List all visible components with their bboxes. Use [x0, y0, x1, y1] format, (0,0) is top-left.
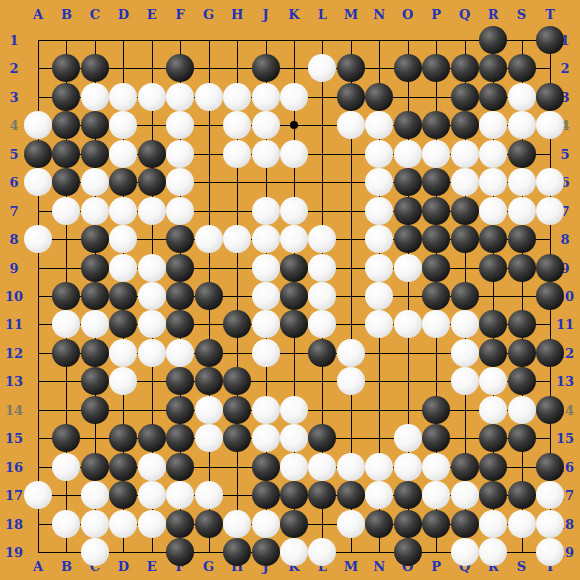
- stone-white[interactable]: [223, 510, 251, 538]
- stone-black[interactable]: [223, 367, 251, 395]
- row-label: 19: [5, 545, 23, 558]
- stone-white[interactable]: [451, 310, 479, 338]
- stone-black[interactable]: [52, 424, 80, 452]
- stone-white[interactable]: [109, 367, 137, 395]
- stone-black[interactable]: [223, 424, 251, 452]
- stone-white[interactable]: [451, 168, 479, 196]
- stone-black[interactable]: [280, 254, 308, 282]
- row-label: 3: [9, 90, 18, 103]
- stone-white[interactable]: [252, 111, 280, 139]
- col-label: D: [118, 8, 129, 21]
- stone-black[interactable]: [109, 453, 137, 481]
- stone-white[interactable]: [365, 310, 393, 338]
- stone-white[interactable]: [81, 310, 109, 338]
- col-label: A: [33, 8, 43, 21]
- stone-black[interactable]: [52, 282, 80, 310]
- stone-white[interactable]: [365, 453, 393, 481]
- stone-white[interactable]: [280, 225, 308, 253]
- stone-white[interactable]: [308, 538, 336, 566]
- stone-black[interactable]: [508, 339, 536, 367]
- col-label: D: [118, 560, 129, 573]
- stone-white[interactable]: [252, 310, 280, 338]
- stone-black[interactable]: [508, 140, 536, 168]
- row-label: 10: [5, 289, 23, 302]
- col-label: N: [373, 8, 385, 21]
- stone-black[interactable]: [280, 481, 308, 509]
- stone-white[interactable]: [252, 424, 280, 452]
- row-label: 18: [5, 517, 23, 530]
- col-label: K: [288, 8, 299, 21]
- col-label: M: [344, 560, 358, 573]
- stone-white[interactable]: [138, 197, 166, 225]
- stone-black[interactable]: [24, 140, 52, 168]
- stone-black[interactable]: [422, 282, 450, 310]
- stone-white[interactable]: [536, 481, 564, 509]
- stone-black[interactable]: [138, 140, 166, 168]
- stone-black[interactable]: [81, 54, 109, 82]
- stone-white[interactable]: [422, 453, 450, 481]
- stone-black[interactable]: [508, 54, 536, 82]
- stone-white[interactable]: [52, 197, 80, 225]
- stone-black[interactable]: [394, 538, 422, 566]
- stone-black[interactable]: [166, 254, 194, 282]
- stone-white[interactable]: [365, 225, 393, 253]
- stone-white[interactable]: [280, 424, 308, 452]
- stone-white[interactable]: [280, 396, 308, 424]
- col-label: E: [147, 560, 157, 573]
- stone-black[interactable]: [81, 453, 109, 481]
- stone-black[interactable]: [508, 481, 536, 509]
- stone-black[interactable]: [479, 254, 507, 282]
- col-label: G: [203, 8, 214, 21]
- stone-white[interactable]: [166, 83, 194, 111]
- stone-black[interactable]: [508, 310, 536, 338]
- stone-white[interactable]: [166, 481, 194, 509]
- stone-black[interactable]: [479, 453, 507, 481]
- stone-black[interactable]: [536, 396, 564, 424]
- stone-white[interactable]: [195, 225, 223, 253]
- stone-black[interactable]: [394, 168, 422, 196]
- stone-white[interactable]: [81, 538, 109, 566]
- stone-black[interactable]: [81, 111, 109, 139]
- stone-white[interactable]: [508, 111, 536, 139]
- stone-black[interactable]: [52, 111, 80, 139]
- stone-white[interactable]: [451, 538, 479, 566]
- stone-white[interactable]: [508, 197, 536, 225]
- stone-black[interactable]: [422, 424, 450, 452]
- stone-black[interactable]: [451, 510, 479, 538]
- stone-white[interactable]: [536, 168, 564, 196]
- stone-white[interactable]: [280, 538, 308, 566]
- col-label: A: [33, 560, 43, 573]
- stone-black[interactable]: [422, 225, 450, 253]
- stone-black[interactable]: [536, 254, 564, 282]
- stone-white[interactable]: [308, 54, 336, 82]
- col-label: B: [61, 560, 72, 573]
- row-label: 5: [560, 147, 569, 160]
- col-label: N: [373, 560, 385, 573]
- stone-white[interactable]: [337, 367, 365, 395]
- stone-white[interactable]: [508, 396, 536, 424]
- row-label: 13: [556, 375, 574, 388]
- stone-black[interactable]: [422, 168, 450, 196]
- stone-white[interactable]: [479, 510, 507, 538]
- stone-white[interactable]: [252, 339, 280, 367]
- col-label: P: [431, 8, 441, 21]
- stone-white[interactable]: [252, 225, 280, 253]
- stone-white[interactable]: [252, 282, 280, 310]
- stone-black[interactable]: [451, 282, 479, 310]
- row-label: 2: [9, 62, 18, 75]
- stone-white[interactable]: [138, 481, 166, 509]
- stone-white[interactable]: [479, 538, 507, 566]
- stone-black[interactable]: [195, 282, 223, 310]
- row-label: 7: [9, 204, 18, 217]
- stone-white[interactable]: [365, 168, 393, 196]
- row-label: 8: [560, 233, 569, 246]
- stone-white[interactable]: [536, 538, 564, 566]
- stone-white[interactable]: [138, 453, 166, 481]
- stone-white[interactable]: [24, 168, 52, 196]
- stone-black[interactable]: [52, 140, 80, 168]
- stone-white[interactable]: [365, 140, 393, 168]
- stone-white[interactable]: [252, 510, 280, 538]
- stone-black[interactable]: [422, 396, 450, 424]
- col-label: M: [344, 8, 358, 21]
- stone-white[interactable]: [81, 481, 109, 509]
- row-label: 9: [9, 261, 18, 274]
- stone-black[interactable]: [308, 424, 336, 452]
- stone-black[interactable]: [109, 168, 137, 196]
- stone-black[interactable]: [166, 538, 194, 566]
- stone-black[interactable]: [365, 510, 393, 538]
- stone-black[interactable]: [166, 510, 194, 538]
- stone-white[interactable]: [223, 83, 251, 111]
- stone-white[interactable]: [280, 197, 308, 225]
- stone-black[interactable]: [394, 54, 422, 82]
- stone-black[interactable]: [52, 83, 80, 111]
- stone-white[interactable]: [365, 197, 393, 225]
- stone-white[interactable]: [109, 111, 137, 139]
- stone-white[interactable]: [508, 510, 536, 538]
- stone-black[interactable]: [451, 54, 479, 82]
- col-label: F: [176, 8, 185, 21]
- stone-white[interactable]: [109, 83, 137, 111]
- stone-white[interactable]: [195, 83, 223, 111]
- stone-white[interactable]: [422, 140, 450, 168]
- stone-white[interactable]: [337, 453, 365, 481]
- stone-black[interactable]: [422, 197, 450, 225]
- stone-black[interactable]: [536, 339, 564, 367]
- stone-white[interactable]: [394, 453, 422, 481]
- stone-white[interactable]: [109, 339, 137, 367]
- stone-black[interactable]: [422, 111, 450, 139]
- stone-black[interactable]: [280, 510, 308, 538]
- stone-white[interactable]: [308, 282, 336, 310]
- stone-black[interactable]: [508, 225, 536, 253]
- stone-black[interactable]: [280, 310, 308, 338]
- stone-black[interactable]: [252, 453, 280, 481]
- row-label: 17: [5, 489, 23, 502]
- stone-black[interactable]: [81, 225, 109, 253]
- col-label: S: [517, 8, 526, 21]
- stone-black[interactable]: [394, 510, 422, 538]
- col-label: T: [545, 8, 555, 21]
- col-label: C: [90, 8, 100, 21]
- stone-black[interactable]: [479, 54, 507, 82]
- stone-white[interactable]: [138, 510, 166, 538]
- stone-black[interactable]: [195, 339, 223, 367]
- stone-white[interactable]: [451, 140, 479, 168]
- col-label: J: [262, 8, 268, 21]
- stone-white[interactable]: [365, 111, 393, 139]
- stone-black[interactable]: [81, 339, 109, 367]
- stone-black[interactable]: [479, 339, 507, 367]
- stone-white[interactable]: [252, 140, 280, 168]
- stone-white[interactable]: [223, 111, 251, 139]
- stone-white[interactable]: [52, 453, 80, 481]
- stone-white[interactable]: [365, 254, 393, 282]
- stone-black[interactable]: [166, 424, 194, 452]
- stone-black[interactable]: [394, 111, 422, 139]
- stone-white[interactable]: [52, 510, 80, 538]
- stone-white[interactable]: [252, 396, 280, 424]
- stone-white[interactable]: [422, 481, 450, 509]
- stone-black[interactable]: [166, 282, 194, 310]
- stone-black[interactable]: [394, 197, 422, 225]
- stone-white[interactable]: [451, 481, 479, 509]
- stone-white[interactable]: [479, 197, 507, 225]
- stone-black[interactable]: [508, 254, 536, 282]
- stone-black[interactable]: [252, 481, 280, 509]
- stone-white[interactable]: [252, 197, 280, 225]
- row-label: 1: [9, 34, 18, 47]
- row-label: 13: [5, 375, 23, 388]
- col-label: Q: [459, 8, 470, 21]
- stone-white[interactable]: [536, 510, 564, 538]
- stone-white[interactable]: [536, 197, 564, 225]
- stone-white[interactable]: [81, 168, 109, 196]
- stone-black[interactable]: [394, 481, 422, 509]
- stone-black[interactable]: [308, 481, 336, 509]
- col-label: B: [61, 8, 72, 21]
- stone-black[interactable]: [479, 83, 507, 111]
- stone-white[interactable]: [24, 481, 52, 509]
- stone-white[interactable]: [451, 367, 479, 395]
- stone-white[interactable]: [223, 140, 251, 168]
- stone-black[interactable]: [479, 310, 507, 338]
- stone-black[interactable]: [451, 111, 479, 139]
- stone-white[interactable]: [195, 396, 223, 424]
- stone-black[interactable]: [422, 54, 450, 82]
- stone-white[interactable]: [166, 197, 194, 225]
- stone-white[interactable]: [166, 111, 194, 139]
- stone-black[interactable]: [166, 310, 194, 338]
- stone-black[interactable]: [81, 367, 109, 395]
- stone-black[interactable]: [451, 225, 479, 253]
- row-label: 6: [9, 176, 18, 189]
- stone-black[interactable]: [451, 453, 479, 481]
- stone-black[interactable]: [479, 225, 507, 253]
- stone-white[interactable]: [337, 510, 365, 538]
- stone-white[interactable]: [508, 83, 536, 111]
- stone-white[interactable]: [109, 140, 137, 168]
- stone-white[interactable]: [52, 310, 80, 338]
- col-label: S: [517, 560, 526, 573]
- row-label: 15: [5, 432, 23, 445]
- row-label: 2: [560, 62, 569, 75]
- row-label: 16: [5, 460, 23, 473]
- col-label: H: [231, 8, 243, 21]
- stone-black[interactable]: [52, 339, 80, 367]
- stone-white[interactable]: [138, 254, 166, 282]
- stone-black[interactable]: [337, 481, 365, 509]
- col-label: G: [203, 560, 214, 573]
- stone-white[interactable]: [394, 310, 422, 338]
- stone-black[interactable]: [536, 83, 564, 111]
- star-point: [290, 121, 298, 129]
- stone-black[interactable]: [451, 197, 479, 225]
- stone-white[interactable]: [280, 453, 308, 481]
- stone-white[interactable]: [195, 424, 223, 452]
- stone-white[interactable]: [138, 339, 166, 367]
- stone-black[interactable]: [81, 140, 109, 168]
- stone-white[interactable]: [365, 282, 393, 310]
- stone-white[interactable]: [109, 254, 137, 282]
- stone-white[interactable]: [109, 225, 137, 253]
- row-label: 5: [9, 147, 18, 160]
- stone-white[interactable]: [479, 111, 507, 139]
- col-label: R: [488, 8, 499, 21]
- stone-black[interactable]: [52, 168, 80, 196]
- go-board-screen: ABCDEFGHJKLMNOPQRST ABCDEFGHJKLMNOPQRST …: [0, 0, 580, 580]
- stone-black[interactable]: [166, 453, 194, 481]
- stone-black[interactable]: [422, 254, 450, 282]
- stone-white[interactable]: [479, 168, 507, 196]
- stone-white[interactable]: [109, 510, 137, 538]
- stone-black[interactable]: [81, 396, 109, 424]
- stone-white[interactable]: [81, 83, 109, 111]
- stone-black[interactable]: [337, 54, 365, 82]
- stone-black[interactable]: [280, 282, 308, 310]
- stone-white[interactable]: [479, 396, 507, 424]
- stone-white[interactable]: [479, 140, 507, 168]
- stone-white[interactable]: [166, 140, 194, 168]
- stone-black[interactable]: [166, 367, 194, 395]
- stone-white[interactable]: [81, 510, 109, 538]
- stone-black[interactable]: [81, 254, 109, 282]
- stone-white[interactable]: [24, 111, 52, 139]
- stone-black[interactable]: [252, 538, 280, 566]
- stone-white[interactable]: [365, 481, 393, 509]
- stone-black[interactable]: [508, 367, 536, 395]
- stone-white[interactable]: [24, 225, 52, 253]
- stone-white[interactable]: [479, 367, 507, 395]
- col-label: E: [147, 8, 157, 21]
- stone-black[interactable]: [166, 396, 194, 424]
- stone-black[interactable]: [195, 367, 223, 395]
- stone-white[interactable]: [166, 339, 194, 367]
- stone-white[interactable]: [337, 111, 365, 139]
- stone-black[interactable]: [109, 282, 137, 310]
- row-label: 4: [9, 119, 18, 132]
- stone-black[interactable]: [536, 282, 564, 310]
- stone-black[interactable]: [451, 83, 479, 111]
- stone-black[interactable]: [508, 424, 536, 452]
- stone-white[interactable]: [308, 254, 336, 282]
- stone-black[interactable]: [479, 481, 507, 509]
- stone-white[interactable]: [252, 254, 280, 282]
- stone-white[interactable]: [394, 140, 422, 168]
- stone-white[interactable]: [138, 83, 166, 111]
- stone-white[interactable]: [138, 282, 166, 310]
- col-label: O: [402, 8, 413, 21]
- stone-white[interactable]: [280, 83, 308, 111]
- stone-black[interactable]: [109, 481, 137, 509]
- row-label: 11: [5, 318, 23, 331]
- stone-black[interactable]: [109, 424, 137, 452]
- stone-white[interactable]: [308, 225, 336, 253]
- stone-black[interactable]: [422, 510, 450, 538]
- stone-black[interactable]: [536, 453, 564, 481]
- stone-black[interactable]: [479, 424, 507, 452]
- col-label: P: [431, 560, 441, 573]
- stone-black[interactable]: [138, 168, 166, 196]
- stone-black[interactable]: [52, 54, 80, 82]
- row-label: 11: [556, 318, 574, 331]
- stone-white[interactable]: [422, 310, 450, 338]
- stone-black[interactable]: [223, 538, 251, 566]
- stone-white[interactable]: [280, 140, 308, 168]
- row-label: 15: [556, 432, 574, 445]
- row-label: 12: [5, 346, 23, 359]
- row-label: 14: [5, 403, 23, 416]
- stone-black[interactable]: [109, 310, 137, 338]
- stone-black[interactable]: [337, 83, 365, 111]
- stone-black[interactable]: [308, 339, 336, 367]
- stone-white[interactable]: [223, 225, 251, 253]
- stone-black[interactable]: [223, 396, 251, 424]
- stone-white[interactable]: [195, 481, 223, 509]
- stone-black[interactable]: [365, 83, 393, 111]
- stone-black[interactable]: [138, 424, 166, 452]
- stone-white[interactable]: [109, 197, 137, 225]
- stone-black[interactable]: [81, 282, 109, 310]
- stone-white[interactable]: [394, 254, 422, 282]
- stone-white[interactable]: [81, 197, 109, 225]
- stone-white[interactable]: [252, 83, 280, 111]
- stone-white[interactable]: [166, 168, 194, 196]
- stone-black[interactable]: [195, 510, 223, 538]
- stone-white[interactable]: [394, 424, 422, 452]
- col-label: L: [318, 8, 327, 21]
- stone-white[interactable]: [536, 111, 564, 139]
- stone-black[interactable]: [223, 310, 251, 338]
- stone-black[interactable]: [479, 26, 507, 54]
- stone-black[interactable]: [536, 26, 564, 54]
- row-label: 8: [9, 233, 18, 246]
- stone-white[interactable]: [508, 168, 536, 196]
- stone-black[interactable]: [166, 54, 194, 82]
- stone-white[interactable]: [451, 339, 479, 367]
- stone-white[interactable]: [308, 453, 336, 481]
- stone-white[interactable]: [308, 310, 336, 338]
- stone-white[interactable]: [337, 339, 365, 367]
- stone-black[interactable]: [252, 54, 280, 82]
- stone-black[interactable]: [166, 225, 194, 253]
- stone-white[interactable]: [138, 310, 166, 338]
- stone-black[interactable]: [394, 225, 422, 253]
